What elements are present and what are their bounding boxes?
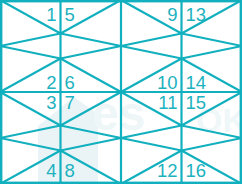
region-number: 12 <box>157 160 178 181</box>
q2-shallow <box>182 46 243 59</box>
region-number: 13 <box>186 4 207 25</box>
region-number: 3 <box>46 92 56 113</box>
q4-shallow <box>182 138 243 151</box>
region-number: 7 <box>65 92 75 113</box>
watermark-text: es <box>92 87 145 140</box>
region-number: 16 <box>186 160 207 181</box>
q1-shallow <box>0 46 61 59</box>
region-number: 6 <box>65 72 75 93</box>
q2-shallow <box>182 34 243 47</box>
q1-shallow <box>61 34 122 47</box>
q2-shallow <box>121 34 182 47</box>
region-number: 15 <box>186 92 207 113</box>
puzzle-stage: esOK15913261014371115481216 <box>0 0 242 184</box>
region-number: 11 <box>158 92 177 113</box>
region-number: 8 <box>65 160 75 181</box>
region-number: 9 <box>167 4 177 25</box>
region-number: 10 <box>157 72 178 93</box>
q2-shallow <box>121 46 182 59</box>
q4-shallow <box>121 138 182 151</box>
region-number: 2 <box>46 72 56 93</box>
q1-shallow <box>61 46 122 59</box>
region-number: 14 <box>186 72 207 93</box>
region-number: 4 <box>46 160 56 181</box>
region-number: 1 <box>46 4 56 25</box>
q1-shallow <box>0 34 61 47</box>
puzzle-figure: esOK15913261014371115481216 <box>0 0 242 184</box>
region-number: 5 <box>65 4 75 25</box>
